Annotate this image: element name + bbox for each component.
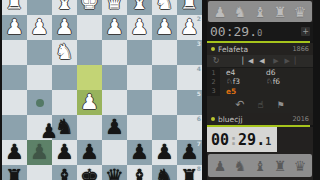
square-h3[interactable]	[2, 40, 27, 65]
first-move-button[interactable]: ▏◀	[241, 55, 255, 67]
piece-white-N-b1[interactable]: ♞	[152, 0, 177, 15]
square-c5[interactable]	[127, 90, 152, 115]
black-piece-pocket[interactable]: ♟♞♝♜♛	[208, 154, 312, 177]
piece-white-P-f2[interactable]: ♟	[52, 15, 77, 40]
square-h6[interactable]	[2, 115, 27, 140]
square-h2[interactable]: ♟	[2, 15, 27, 40]
prev-move-button[interactable]: ◀	[255, 55, 269, 67]
piece-white-B-f1[interactable]: ♝	[52, 0, 77, 15]
square-e3[interactable]	[77, 40, 102, 65]
square-d6[interactable]: ♟	[102, 115, 127, 140]
square-a1[interactable]: ♜1	[177, 0, 202, 15]
online-indicator-icon	[211, 47, 215, 51]
piece-black-Q-d8[interactable]: ♛	[102, 165, 127, 180]
move-nav-bar: ↻ ▏◀ ◀ ▶ ▶▕	[207, 55, 313, 68]
move-white[interactable]: e5	[220, 87, 266, 96]
rank-coordinate: 7	[197, 140, 201, 147]
piece-white-P-e5[interactable]: ♟	[77, 90, 102, 115]
move-hint-dot[interactable]	[36, 99, 44, 107]
piece-black-P-h7[interactable]: ♟	[2, 140, 27, 165]
square-d4[interactable]	[102, 65, 127, 90]
piece-white-P-c2[interactable]: ♟	[127, 15, 152, 40]
square-d1[interactable]: ♛	[102, 0, 127, 15]
game-actions: ↶ ☝ ⚑	[207, 96, 313, 113]
move-number: 1	[207, 68, 220, 77]
top-clock-time: 00:29.0	[207, 24, 262, 39]
square-a5[interactable]: 5	[177, 90, 202, 115]
chess-board[interactable]: ♜♝♚♛♝♞♜1♟♟♟♟♟♟♟2♞34♟5♞♟6♟♟♟♟♟♟♟7♜♝♚♛♝♞♜8…	[2, 0, 202, 180]
pocket-piece-Q[interactable]: ♛	[294, 156, 307, 176]
next-move-button[interactable]: ▶	[269, 55, 283, 67]
board-grid[interactable]: ♜♝♚♛♝♞♜1♟♟♟♟♟♟♟2♞34♟5♞♟6♟♟♟♟♟♟♟7♜♝♚♛♝♞♜8	[2, 0, 202, 180]
square-h8[interactable]: ♜	[2, 165, 27, 180]
square-e8[interactable]: ♚	[77, 165, 102, 180]
move-white[interactable]: ♘f3	[220, 77, 266, 86]
flip-board-icon[interactable]: ↻	[207, 55, 225, 67]
square-d2[interactable]: ♟	[102, 15, 127, 40]
square-h1[interactable]: ♜	[2, 0, 27, 15]
square-f1[interactable]: ♝	[52, 0, 77, 15]
pocket-piece-N[interactable]: ♞	[234, 2, 247, 22]
pocket-piece-B[interactable]: ♝	[254, 2, 267, 22]
square-f4[interactable]	[52, 65, 77, 90]
square-c2[interactable]: ♟	[127, 15, 152, 40]
give-time-button[interactable]: +	[301, 27, 310, 36]
square-g2[interactable]: ♟	[27, 15, 52, 40]
square-f2[interactable]: ♟	[52, 15, 77, 40]
piece-black-P-g7[interactable]: ♟	[27, 140, 52, 165]
move-black[interactable]: ♘f6	[266, 77, 313, 86]
dragged-black-pawn[interactable]: ♟	[37, 119, 62, 144]
top-player-name[interactable]: Felafeta	[218, 45, 248, 54]
rank-coordinate: 6	[197, 115, 201, 122]
white-piece-pocket[interactable]: ♟♞♝♜♛	[208, 1, 312, 22]
square-e6[interactable]	[77, 115, 102, 140]
piece-white-N-f3[interactable]: ♞	[52, 40, 77, 65]
square-c3[interactable]	[127, 40, 152, 65]
rank-coordinate: 8	[197, 165, 201, 172]
pocket-piece-B[interactable]: ♝	[254, 156, 267, 176]
piece-white-P-d2[interactable]: ♟	[102, 15, 127, 40]
top-clock: 00:29.0 +	[207, 22, 313, 41]
pocket-piece-Q[interactable]: ♛	[294, 2, 307, 22]
square-c7[interactable]: ♟	[127, 140, 152, 165]
piece-black-K-e8[interactable]: ♚	[77, 165, 102, 180]
piece-white-Q-d1[interactable]: ♛	[102, 0, 127, 15]
piece-black-P-c7[interactable]: ♟	[127, 140, 152, 165]
square-d7[interactable]	[102, 140, 127, 165]
square-d3[interactable]	[102, 40, 127, 65]
move-row-3: 3e5	[207, 87, 313, 96]
top-player-rating: 1866	[292, 45, 309, 53]
piece-white-B-c1[interactable]: ♝	[127, 0, 152, 15]
square-f8[interactable]: ♝	[52, 165, 77, 180]
piece-black-P-d6[interactable]: ♟	[102, 115, 127, 140]
square-f5[interactable]	[52, 90, 77, 115]
pocket-piece-P[interactable]: ♟	[214, 156, 227, 176]
piece-black-N-b8[interactable]: ♞	[152, 165, 177, 180]
piece-black-B-c8[interactable]: ♝	[127, 165, 152, 180]
last-move-button[interactable]: ▶▕	[283, 55, 297, 67]
square-e5[interactable]: ♟	[77, 90, 102, 115]
pocket-piece-R[interactable]: ♜	[274, 156, 287, 176]
move-number: 3	[207, 87, 220, 96]
square-a2[interactable]: ♟2	[177, 15, 202, 40]
square-g7[interactable]: ♟	[27, 140, 52, 165]
piece-white-P-b2[interactable]: ♟	[152, 15, 177, 40]
bottom-player-rating: 2016	[292, 115, 309, 123]
square-d8[interactable]: ♛	[102, 165, 127, 180]
square-a7[interactable]: ♟7	[177, 140, 202, 165]
rank-coordinate: 3	[197, 40, 201, 47]
square-b7[interactable]: ♟	[152, 140, 177, 165]
pocket-piece-P[interactable]: ♟	[214, 2, 227, 22]
square-f3[interactable]: ♞	[52, 40, 77, 65]
move-list[interactable]: 1e4d62♘f3♘f63e5	[207, 68, 313, 96]
piece-white-R-h1[interactable]: ♜	[2, 0, 27, 15]
square-f7[interactable]: ♟	[52, 140, 77, 165]
square-b8[interactable]: ♞	[152, 165, 177, 180]
square-c6[interactable]	[127, 115, 152, 140]
piece-black-B-f8[interactable]: ♝	[52, 165, 77, 180]
square-a3[interactable]: 3	[177, 40, 202, 65]
pocket-piece-R[interactable]: ♜	[274, 2, 287, 22]
rank-coordinate: 4	[197, 65, 201, 72]
move-row-2: 2♘f3♘f6	[207, 77, 313, 86]
square-c8[interactable]: ♝	[127, 165, 152, 180]
piece-white-R-a1[interactable]: ♜	[177, 0, 202, 15]
square-e7[interactable]: ♟	[77, 140, 102, 165]
square-b6[interactable]	[152, 115, 177, 140]
square-d5[interactable]	[102, 90, 127, 115]
move-number: 2	[207, 77, 220, 86]
square-h5[interactable]	[2, 90, 27, 115]
piece-black-R-h8[interactable]: ♜	[2, 165, 27, 180]
piece-white-P-g2[interactable]: ♟	[27, 15, 52, 40]
piece-black-P-e7[interactable]: ♟	[77, 140, 102, 165]
takeback-icon[interactable]: ↶	[235, 98, 244, 111]
square-g8[interactable]	[27, 165, 52, 180]
square-b2[interactable]: ♟	[152, 15, 177, 40]
move-row-1: 1e4d6	[207, 68, 313, 77]
resign-flag-icon[interactable]: ⚑	[277, 100, 285, 110]
rank-coordinate: 5	[197, 90, 201, 97]
game-side-panel: ♟♞♝♜♛ 00:29.0 + Felafeta 1866 ↻ ▏◀ ◀ ▶ ▶…	[207, 0, 313, 180]
square-e4[interactable]	[77, 65, 102, 90]
move-white[interactable]: e4	[220, 68, 266, 77]
square-h7[interactable]: ♟	[2, 140, 27, 165]
pocket-piece-N[interactable]: ♞	[234, 156, 247, 176]
bottom-player-name[interactable]: bluecjj	[218, 115, 243, 124]
move-black[interactable]: d6	[266, 68, 313, 77]
square-a6[interactable]: 6	[177, 115, 202, 140]
bottom-clock: 00:29.1	[207, 127, 313, 152]
bottom-player-row: bluecjj 2016	[207, 113, 313, 125]
piece-white-P-h2[interactable]: ♟	[2, 15, 27, 40]
square-h4[interactable]	[2, 65, 27, 90]
square-g4[interactable]	[27, 65, 52, 90]
square-g3[interactable]	[27, 40, 52, 65]
square-b5[interactable]	[152, 90, 177, 115]
top-player-row: Felafeta 1866	[207, 43, 313, 55]
square-b1[interactable]: ♞	[152, 0, 177, 15]
square-g5[interactable]	[27, 90, 52, 115]
square-c4[interactable]	[127, 65, 152, 90]
piece-black-P-b7[interactable]: ♟	[152, 140, 177, 165]
square-c1[interactable]: ♝	[127, 0, 152, 15]
square-a4[interactable]: 4	[177, 65, 202, 90]
square-b3[interactable]	[152, 40, 177, 65]
offer-draw-icon[interactable]: ☝	[258, 99, 264, 110]
square-e2[interactable]	[77, 15, 102, 40]
square-g1[interactable]	[27, 0, 52, 15]
square-a8[interactable]: ♜8	[177, 165, 202, 180]
square-b4[interactable]	[152, 65, 177, 90]
bottom-clock-active: 00:29.1	[207, 127, 277, 152]
rank-coordinate: 2	[197, 15, 201, 22]
square-e1[interactable]: ♚	[77, 0, 102, 15]
online-indicator-icon	[211, 117, 215, 121]
piece-black-P-f7[interactable]: ♟	[52, 140, 77, 165]
piece-white-K-e1[interactable]: ♚	[77, 0, 102, 15]
